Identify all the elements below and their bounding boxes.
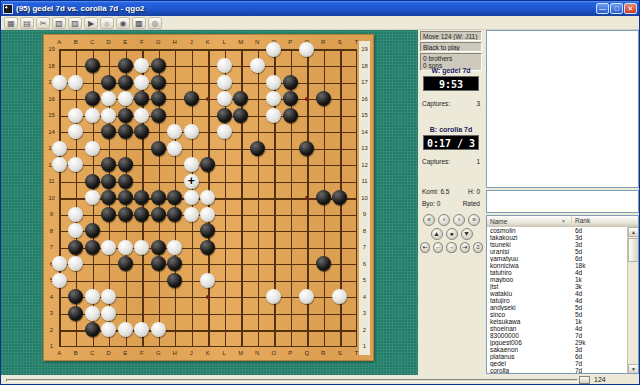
white-stone-C3 xyxy=(84,305,101,322)
white-player-label: W: gedel 7d xyxy=(420,67,482,74)
player-name-cell: tsuneki xyxy=(487,241,572,248)
player-rank-cell: 7d xyxy=(572,367,628,374)
refresh-icon[interactable]: ◎ xyxy=(148,17,162,29)
player-name-cell: gedel xyxy=(487,360,572,367)
player-row[interactable]: andyseki5d xyxy=(487,304,628,311)
black-stone-D10 xyxy=(101,190,118,207)
player-rank-cell: 6d xyxy=(572,255,628,262)
byo-value: 0 xyxy=(437,200,441,207)
chat-area[interactable] xyxy=(486,30,639,188)
scroll-up-icon[interactable]: ▲ xyxy=(628,227,639,237)
white-stone-E16 xyxy=(117,91,134,108)
player-rank-cell: 3d xyxy=(572,234,628,241)
white-clock: 9:53 xyxy=(423,76,479,91)
white-stone-O19 xyxy=(266,41,283,58)
black-stone-C8 xyxy=(84,223,101,240)
black-stone-B4 xyxy=(68,289,85,306)
black-stone-E6 xyxy=(117,256,134,273)
player-row[interactable]: 830000007d xyxy=(487,332,628,339)
black-stone-H6 xyxy=(167,256,184,273)
turn-indicator: Black to play xyxy=(420,42,482,52)
player-rank-cell: 4d xyxy=(572,290,628,297)
white-stone-Q19 xyxy=(299,41,316,58)
black-stone-P17 xyxy=(282,74,299,91)
column-header-name[interactable]: Name ▼ xyxy=(487,216,572,226)
white-stone-O17 xyxy=(266,74,283,91)
black-stone-D9 xyxy=(101,206,118,223)
white-stone-D3 xyxy=(101,305,118,322)
board-background: ABCDEFGHJKLMNOPQRST ABCDEFGHJKLMNOPQRST … xyxy=(1,30,418,375)
player-row[interactable]: tatujiro4d xyxy=(487,297,628,304)
nav-button-2-2[interactable]: → xyxy=(446,242,456,253)
black-stone-H10 xyxy=(167,190,184,207)
white-stone-B15 xyxy=(68,107,85,124)
player-row[interactable]: konniciwa18k xyxy=(487,262,628,269)
player-name-cell: uranisi xyxy=(487,248,572,255)
main-area: ABCDEFGHJKLMNOPQRST ABCDEFGHJKLMNOPQRST … xyxy=(1,30,639,375)
brothers-count: 0 brothers xyxy=(423,55,479,62)
player-rank-cell: 1k xyxy=(572,318,628,325)
player-rank-cell: 18k xyxy=(572,262,628,269)
white-stone-L18 xyxy=(216,58,233,75)
player-rank-cell: 5d xyxy=(572,304,628,311)
komi-value: 6.5 xyxy=(440,188,449,195)
black-stone-F14 xyxy=(134,124,151,141)
white-stone-C4 xyxy=(84,289,101,306)
player-name-cell: jpguest006 xyxy=(487,339,572,346)
move-slider[interactable] xyxy=(6,379,578,382)
black-stone-Q13 xyxy=(299,140,316,157)
white-stone-L16 xyxy=(216,91,233,108)
white-stone-N18 xyxy=(249,58,266,75)
white-captures-label: Captures: xyxy=(422,100,450,107)
black-stone-E15 xyxy=(117,107,134,124)
player-rank-cell: 7d xyxy=(572,360,628,367)
player-name-cell: yamatyuu xyxy=(487,255,572,262)
player-row[interactable]: sakaenon3d xyxy=(487,346,628,353)
player-rank-cell: 4d xyxy=(572,269,628,276)
export-sgf-icon[interactable]: ▨ xyxy=(68,17,82,29)
player-rank-cell: 3k xyxy=(572,283,628,290)
white-stone-B12 xyxy=(68,157,85,174)
white-stone-H7 xyxy=(167,239,184,256)
white-stone-J9 xyxy=(183,206,200,223)
white-stone-C13 xyxy=(84,140,101,157)
white-stone-J12 xyxy=(183,157,200,174)
white-stone-F7 xyxy=(134,239,151,256)
black-stone-S10 xyxy=(332,190,349,207)
white-stone-J14 xyxy=(183,124,200,141)
player-rank-cell: 4d xyxy=(572,297,628,304)
player-rank-cell: 1k xyxy=(572,276,628,283)
stones-layer: + xyxy=(51,41,365,355)
black-stone-E18 xyxy=(117,58,134,75)
column-header-rank[interactable]: Rank xyxy=(572,216,638,226)
black-clock: 0:17 / 3 xyxy=(423,135,479,150)
black-stone-H9 xyxy=(167,206,184,223)
nav-button-0-0[interactable]: « xyxy=(423,214,435,226)
goban[interactable]: ABCDEFGHJKLMNOPQRST ABCDEFGHJKLMNOPQRST … xyxy=(43,34,374,361)
player-rank-cell: 4d xyxy=(572,325,628,332)
nav-button-1-2[interactable]: ▼ xyxy=(461,228,473,240)
minimize-button[interactable]: — xyxy=(596,3,609,14)
komi-row: Komi: 6.5 H: 0 xyxy=(422,188,480,195)
white-captures-value: 3 xyxy=(476,100,480,107)
black-stone-M16 xyxy=(233,91,250,108)
white-stone-K5 xyxy=(200,272,217,289)
white-stone-K10 xyxy=(200,190,217,207)
player-rank-cell: 3d xyxy=(572,346,628,353)
game-info-panel: Move 124 (W: J11) Black to play 0 brothe… xyxy=(418,30,485,375)
byo-label: Byo: xyxy=(422,200,435,207)
black-stone-C2 xyxy=(84,322,101,339)
player-rank-cell: 3d xyxy=(572,241,628,248)
black-stone-G7 xyxy=(150,239,167,256)
player-list-body: cosmolin6dtakakouzi3dtsuneki3duranisi5dy… xyxy=(487,227,628,374)
black-captures-value: 1 xyxy=(476,158,480,165)
nav-button-0-1[interactable]: ‹ xyxy=(438,214,450,226)
maximize-button[interactable]: □ xyxy=(610,3,623,14)
player-row[interactable]: uranisi5d xyxy=(487,248,628,255)
duplicate-game-icon[interactable]: ▧ xyxy=(52,17,66,29)
black-stone-K7 xyxy=(200,239,217,256)
black-stone-F10 xyxy=(134,190,151,207)
nav-row-2: ▲●▼ xyxy=(420,228,483,240)
black-stone-G10 xyxy=(150,190,167,207)
white-stone-B6 xyxy=(68,256,85,273)
white-stone-B17 xyxy=(68,74,85,91)
black-player-label: B: corolla 7d xyxy=(420,126,482,133)
title-bar[interactable]: (95) gedel 7d vs. corolla 7d - qgo2 — □ … xyxy=(1,1,639,16)
save-game-icon[interactable]: ▦ xyxy=(4,17,18,29)
player-row[interactable]: mayboo1k xyxy=(487,276,628,283)
player-name-cell: platanus xyxy=(487,353,572,360)
move-slider-value: 124 xyxy=(594,376,606,383)
white-stone-A17 xyxy=(51,74,68,91)
player-row[interactable]: sinco5d xyxy=(487,311,628,318)
player-row[interactable]: yamatyuu6d xyxy=(487,255,628,262)
player-row[interactable]: watakiu4d xyxy=(487,290,628,297)
player-name-cell: takakouzi xyxy=(487,234,572,241)
black-stone-E17 xyxy=(117,74,134,91)
player-name-cell: andyseki xyxy=(487,304,572,311)
white-stone-A5 xyxy=(51,272,68,289)
nav-button-1-1[interactable]: ● xyxy=(446,228,458,240)
white-stone-D16 xyxy=(101,91,118,108)
player-name-cell: corolla xyxy=(487,367,572,374)
white-stone-D2 xyxy=(101,322,118,339)
black-stone-E9 xyxy=(117,206,134,223)
black-captures-row: Captures: 1 xyxy=(422,158,480,165)
player-name-cell: jtst xyxy=(487,283,572,290)
player-name-cell: 83000000 xyxy=(487,332,572,339)
black-stone-G6 xyxy=(150,256,167,273)
sort-indicator-icon: ▼ xyxy=(561,218,566,224)
nav-button-1-0[interactable]: ▲ xyxy=(431,228,443,240)
player-row[interactable]: jtst3k xyxy=(487,283,628,290)
player-row[interactable]: shoeinan4d xyxy=(487,325,628,332)
white-stone-O15 xyxy=(266,107,283,124)
black-stone-G16 xyxy=(150,91,167,108)
last-move-marker: + xyxy=(184,174,199,189)
black-captures-label: Captures: xyxy=(422,158,450,165)
player-row[interactable]: corolla7d xyxy=(487,367,628,374)
black-stone-D11 xyxy=(101,173,118,190)
player-name-cell: sakaenon xyxy=(487,346,572,353)
white-stone-D7 xyxy=(101,239,118,256)
black-stone-R10 xyxy=(315,190,332,207)
white-stone-Q4 xyxy=(299,289,316,306)
white-stone-A13 xyxy=(51,140,68,157)
app-icon xyxy=(3,4,13,14)
player-list-header: Name ▼ Rank xyxy=(487,216,638,227)
white-stone-F15 xyxy=(134,107,151,124)
window-title: (95) gedel 7d vs. corolla 7d - qgo2 xyxy=(16,4,596,13)
board-settings-icon[interactable]: ▩ xyxy=(132,17,146,29)
black-stone-F16 xyxy=(134,91,151,108)
white-stone-J10 xyxy=(183,190,200,207)
black-stone-C11 xyxy=(84,173,101,190)
player-row[interactable]: tatuhiro4d xyxy=(487,269,628,276)
handicap-label: H: xyxy=(468,188,475,195)
save-as-icon[interactable]: ▤ xyxy=(20,17,34,29)
white-captures-row: Captures: 3 xyxy=(422,100,480,107)
nav-button-0-2[interactable]: › xyxy=(453,214,465,226)
white-stone-S4 xyxy=(332,289,349,306)
observe-icon[interactable]: ◉ xyxy=(116,17,130,29)
player-name-cell: keisukawa xyxy=(487,318,572,325)
white-stone-H13 xyxy=(167,140,184,157)
white-stone-K9 xyxy=(200,206,217,223)
black-stone-D12 xyxy=(101,157,118,174)
close-button[interactable]: ✕ xyxy=(624,3,637,14)
black-stone-B3 xyxy=(68,305,85,322)
white-stone-F2 xyxy=(134,322,151,339)
white-stone-B9 xyxy=(68,206,85,223)
komi-label: Komi: xyxy=(422,188,439,195)
black-stone-G13 xyxy=(150,140,167,157)
black-stone-G9 xyxy=(150,206,167,223)
black-stone-C18 xyxy=(84,58,101,75)
nav-button-2-4[interactable]: ≡ xyxy=(473,242,483,253)
black-stone-G18 xyxy=(150,58,167,75)
player-row[interactable]: tsuneki3d xyxy=(487,241,628,248)
player-name-cell: shoeinan xyxy=(487,325,572,332)
player-row[interactable]: cosmolin6d xyxy=(487,227,628,234)
white-stone-L17 xyxy=(216,74,233,91)
nav-button-0-3[interactable]: » xyxy=(468,214,480,226)
rated-flag: Rated xyxy=(463,200,480,207)
edit-cut-icon[interactable]: ✂ xyxy=(36,17,50,29)
status-bar: 124 xyxy=(1,375,639,385)
black-stone-R16 xyxy=(315,91,332,108)
move-info: Move 124 (W: J11) xyxy=(420,31,482,41)
player-name-cell: konniciwa xyxy=(487,262,572,269)
white-stone-O4 xyxy=(266,289,283,306)
player-name-cell: cosmolin xyxy=(487,227,572,234)
hint-icon[interactable]: ☼ xyxy=(100,17,114,29)
player-row[interactable]: gedel7d xyxy=(487,360,628,367)
player-rank-cell: 29k xyxy=(572,339,628,346)
player-rank-cell: 7d xyxy=(572,332,628,339)
black-stone-C16 xyxy=(84,91,101,108)
black-stone-D14 xyxy=(101,124,118,141)
player-list: Name ▼ Rank cosmolin6dtakakouzi3dtsuneki… xyxy=(486,215,639,374)
nav-button-2-1[interactable]: ← xyxy=(433,242,443,253)
white-stone-O16 xyxy=(266,91,283,108)
black-stone-P16 xyxy=(282,91,299,108)
player-name-cell: watakiu xyxy=(487,290,572,297)
black-stone-J16 xyxy=(183,91,200,108)
nav-button-2-0[interactable]: ⇤ xyxy=(420,242,430,253)
handicap-value: 0 xyxy=(476,188,480,195)
black-stone-E12 xyxy=(117,157,134,174)
player-rank-cell: 6d xyxy=(572,227,628,234)
white-stone-C10 xyxy=(84,190,101,207)
black-stone-F9 xyxy=(134,206,151,223)
white-stone-G2 xyxy=(150,322,167,339)
player-row[interactable]: jpguest00629k xyxy=(487,339,628,346)
black-stone-M15 xyxy=(233,107,250,124)
chat-input[interactable] xyxy=(486,190,639,213)
nav-row-1: «‹›» xyxy=(420,214,483,226)
player-name-cell: sinco xyxy=(487,311,572,318)
black-stone-L15 xyxy=(216,107,233,124)
byo-row: Byo: 0 Rated xyxy=(422,200,480,207)
player-row[interactable]: keisukawa1k xyxy=(487,318,628,325)
black-stone-E14 xyxy=(117,124,134,141)
pass-move-icon[interactable]: ▶ xyxy=(84,17,98,29)
white-stone-A12 xyxy=(51,157,68,174)
white-stone-B8 xyxy=(68,223,85,240)
black-stone-K12 xyxy=(200,157,217,174)
player-rank-cell: 6d xyxy=(572,353,628,360)
black-stone-R6 xyxy=(315,256,332,273)
white-stone-E7 xyxy=(117,239,134,256)
black-stone-G17 xyxy=(150,74,167,91)
black-stone-N13 xyxy=(249,140,266,157)
white-stone-D4 xyxy=(101,289,118,306)
nav-button-2-3[interactable]: ⇥ xyxy=(460,242,470,253)
player-rank-cell: 5d xyxy=(572,311,628,318)
player-rank-cell: 5d xyxy=(572,248,628,255)
white-stone-H14 xyxy=(167,124,184,141)
white-stone-E2 xyxy=(117,322,134,339)
qgo-window: (95) gedel 7d vs. corolla 7d - qgo2 — □ … xyxy=(0,0,640,385)
black-stone-E10 xyxy=(117,190,134,207)
black-stone-H5 xyxy=(167,272,184,289)
white-stone-J11: + xyxy=(183,173,200,190)
black-stone-C7 xyxy=(84,239,101,256)
white-stone-L14 xyxy=(216,124,233,141)
black-stone-P15 xyxy=(282,107,299,124)
player-row[interactable]: platanus6d xyxy=(487,353,628,360)
black-stone-G15 xyxy=(150,107,167,124)
black-stone-E11 xyxy=(117,173,134,190)
right-panel: Name ▼ Rank cosmolin6dtakakouzi3dtsuneki… xyxy=(485,30,640,375)
white-stone-D15 xyxy=(101,107,118,124)
player-name-cell: mayboo xyxy=(487,276,572,283)
player-list-scrollbar[interactable]: ▲ ▼ xyxy=(627,227,638,374)
black-stone-D17 xyxy=(101,74,118,91)
player-name-cell: tatujiro xyxy=(487,297,572,304)
white-stone-A6 xyxy=(51,256,68,273)
white-stone-B14 xyxy=(68,124,85,141)
scroll-thumb[interactable] xyxy=(628,238,639,262)
player-name-cell: tatuhiro xyxy=(487,269,572,276)
player-row[interactable]: takakouzi3d xyxy=(487,234,628,241)
toolbar: ▦▤✂▧▨▶☼◉▩◎ xyxy=(1,16,639,30)
white-stone-C15 xyxy=(84,107,101,124)
nav-row-3: ⇤←→⇥≡ xyxy=(420,242,483,253)
scroll-down-icon[interactable]: ▼ xyxy=(628,364,639,374)
white-stone-F18 xyxy=(134,58,151,75)
white-stone-F17 xyxy=(134,74,151,91)
black-stone-B7 xyxy=(68,239,85,256)
black-stone-K8 xyxy=(200,223,217,240)
move-slider-thumb[interactable] xyxy=(579,376,590,384)
